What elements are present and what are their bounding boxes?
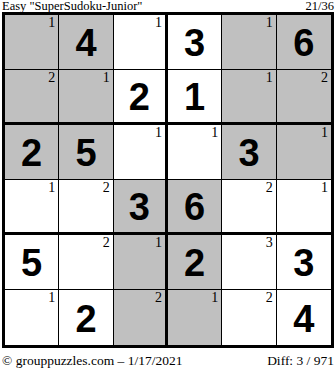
pencil-mark: 1 <box>211 125 218 140</box>
puzzle-title: Easy "SuperSudoku-Junior" <box>2 0 142 12</box>
cell-r6c6[interactable]: 4 <box>277 290 331 345</box>
given-digit: 5 <box>75 134 96 172</box>
cell-r3c6[interactable]: 1 <box>277 125 331 180</box>
cell-r6c2[interactable]: 2 <box>59 290 113 345</box>
cell-r2c5[interactable]: 1 <box>222 70 276 125</box>
cell-r4c2[interactable]: 2 <box>59 180 113 235</box>
cell-r4c5[interactable]: 2 <box>222 180 276 235</box>
cell-r1c4[interactable]: 3 <box>168 15 222 70</box>
pencil-mark: 2 <box>321 70 328 85</box>
given-digit: 2 <box>184 244 205 282</box>
difficulty-text: Diff: 3 / 971 <box>267 353 334 368</box>
given-digit: 4 <box>293 300 314 338</box>
pencil-mark: 1 <box>266 70 273 85</box>
cell-r3c5[interactable]: 3 <box>222 125 276 180</box>
pencil-mark: 1 <box>266 15 273 30</box>
given-digit: 1 <box>184 78 205 116</box>
pencil-mark: 1 <box>48 15 55 30</box>
cell-r1c2[interactable]: 4 <box>59 15 113 70</box>
cell-r1c1[interactable]: 1 <box>5 15 59 70</box>
given-digit: 4 <box>75 24 96 62</box>
pencil-mark: 1 <box>155 235 162 250</box>
pencil-mark: 1 <box>321 180 328 195</box>
cell-r1c3[interactable]: 1 <box>114 15 168 70</box>
cell-r5c2[interactable]: 2 <box>59 235 113 290</box>
cell-r6c3[interactable]: 2 <box>114 290 168 345</box>
cell-r4c1[interactable]: 1 <box>5 180 59 235</box>
pencil-mark: 2 <box>48 70 55 85</box>
given-digit: 2 <box>21 134 42 172</box>
cell-r5c3[interactable]: 1 <box>114 235 168 290</box>
pencil-mark: 2 <box>103 235 110 250</box>
cell-r1c6[interactable]: 6 <box>277 15 331 70</box>
cell-r6c4[interactable]: 1 <box>168 290 222 345</box>
cell-r4c4[interactable]: 6 <box>168 180 222 235</box>
pencil-mark: 3 <box>266 235 273 250</box>
given-digit: 3 <box>129 188 150 226</box>
cell-r1c5[interactable]: 1 <box>222 15 276 70</box>
sudoku-grid: 141316212112251131123621521233122124 <box>2 12 334 348</box>
given-digit: 2 <box>75 300 96 338</box>
given-digit: 3 <box>293 244 314 282</box>
cell-r6c5[interactable]: 2 <box>222 290 276 345</box>
pencil-mark: 1 <box>155 125 162 140</box>
cell-r6c1[interactable]: 1 <box>5 290 59 345</box>
cell-r3c3[interactable]: 1 <box>114 125 168 180</box>
pencil-mark: 1 <box>211 290 218 305</box>
cell-r3c4[interactable]: 1 <box>168 125 222 180</box>
cell-r2c6[interactable]: 2 <box>277 70 331 125</box>
given-digit: 3 <box>184 24 205 62</box>
copyright-text: © grouppuzzles.com – 1/17/2021 <box>2 353 182 368</box>
given-digit: 6 <box>293 24 314 62</box>
cell-r4c6[interactable]: 1 <box>277 180 331 235</box>
cell-counter: 21/36 <box>306 0 334 12</box>
pencil-mark: 1 <box>48 180 55 195</box>
cell-r4c3[interactable]: 3 <box>114 180 168 235</box>
pencil-mark: 1 <box>321 125 328 140</box>
pencil-mark: 2 <box>266 180 273 195</box>
pencil-mark: 2 <box>103 180 110 195</box>
cell-r5c1[interactable]: 5 <box>5 235 59 290</box>
footer: © grouppuzzles.com – 1/17/2021 Diff: 3 /… <box>0 353 336 368</box>
pencil-mark: 2 <box>266 290 273 305</box>
pencil-mark: 1 <box>103 70 110 85</box>
pencil-mark: 2 <box>155 290 162 305</box>
cell-r3c1[interactable]: 2 <box>5 125 59 180</box>
header: Easy "SuperSudoku-Junior" 21/36 <box>0 0 336 12</box>
given-digit: 6 <box>184 188 205 226</box>
cell-r2c3[interactable]: 2 <box>114 70 168 125</box>
given-digit: 5 <box>21 244 42 282</box>
cell-r5c6[interactable]: 3 <box>277 235 331 290</box>
cell-r2c1[interactable]: 2 <box>5 70 59 125</box>
cell-r3c2[interactable]: 5 <box>59 125 113 180</box>
cell-r5c5[interactable]: 3 <box>222 235 276 290</box>
cell-r2c4[interactable]: 1 <box>168 70 222 125</box>
given-digit: 2 <box>129 78 150 116</box>
pencil-mark: 1 <box>155 15 162 30</box>
pencil-mark: 1 <box>48 290 55 305</box>
cell-r2c2[interactable]: 1 <box>59 70 113 125</box>
given-digit: 3 <box>238 134 259 172</box>
cell-r5c4[interactable]: 2 <box>168 235 222 290</box>
